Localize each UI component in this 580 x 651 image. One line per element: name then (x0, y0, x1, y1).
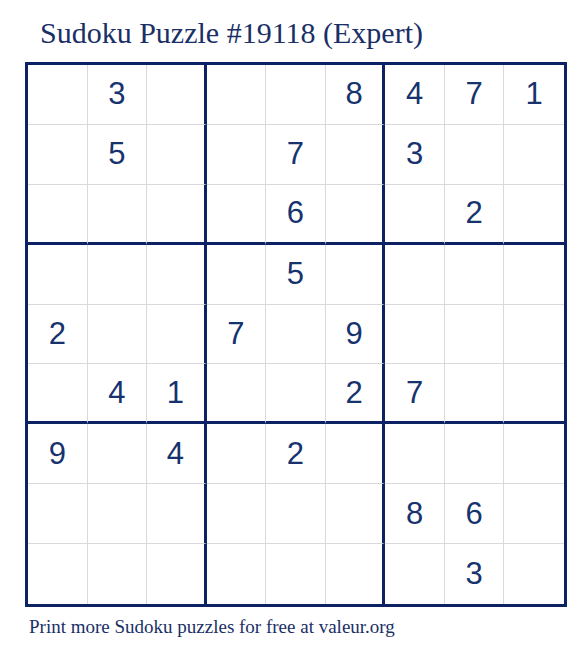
cell-r2c7[interactable]: 3 (385, 125, 445, 185)
cell-r9c7[interactable] (385, 544, 445, 604)
cell-r2c9[interactable] (504, 125, 564, 185)
cell-r6c4[interactable] (207, 364, 267, 424)
cell-r2c1[interactable] (28, 125, 88, 185)
cell-r4c4[interactable] (207, 245, 267, 305)
cell-r3c3[interactable] (147, 185, 207, 245)
cell-r3c7[interactable] (385, 185, 445, 245)
cell-r4c7[interactable] (385, 245, 445, 305)
cell-r3c1[interactable] (28, 185, 88, 245)
cell-r4c3[interactable] (147, 245, 207, 305)
cell-r4c5[interactable]: 5 (266, 245, 326, 305)
cell-r3c8[interactable]: 2 (445, 185, 505, 245)
cell-r1c1[interactable] (28, 65, 88, 125)
cell-r2c2[interactable]: 5 (88, 125, 148, 185)
cell-r5c6[interactable]: 9 (326, 305, 386, 365)
cell-r8c1[interactable] (28, 484, 88, 544)
cell-r7c8[interactable] (445, 424, 505, 484)
cell-r8c8[interactable]: 6 (445, 484, 505, 544)
cell-r6c2[interactable]: 4 (88, 364, 148, 424)
cell-r7c1[interactable]: 9 (28, 424, 88, 484)
cell-r9c1[interactable] (28, 544, 88, 604)
cell-r3c4[interactable] (207, 185, 267, 245)
cell-r4c2[interactable] (88, 245, 148, 305)
cell-r1c3[interactable] (147, 65, 207, 125)
cell-r5c1[interactable]: 2 (28, 305, 88, 365)
cell-r5c4[interactable]: 7 (207, 305, 267, 365)
cell-r1c8[interactable]: 7 (445, 65, 505, 125)
cell-r3c9[interactable] (504, 185, 564, 245)
cell-r3c2[interactable] (88, 185, 148, 245)
cell-r3c6[interactable] (326, 185, 386, 245)
cell-r2c6[interactable] (326, 125, 386, 185)
cell-r8c2[interactable] (88, 484, 148, 544)
cell-r7c9[interactable] (504, 424, 564, 484)
cell-r6c5[interactable] (266, 364, 326, 424)
cell-r1c9[interactable]: 1 (504, 65, 564, 125)
cell-r4c6[interactable] (326, 245, 386, 305)
cell-r6c3[interactable]: 1 (147, 364, 207, 424)
cell-r9c6[interactable] (326, 544, 386, 604)
cell-r1c6[interactable]: 8 (326, 65, 386, 125)
cell-r2c8[interactable] (445, 125, 505, 185)
cell-r9c2[interactable] (88, 544, 148, 604)
cell-r2c5[interactable]: 7 (266, 125, 326, 185)
cell-r4c8[interactable] (445, 245, 505, 305)
cell-r3c5[interactable]: 6 (266, 185, 326, 245)
cell-r8c5[interactable] (266, 484, 326, 544)
cell-r7c5[interactable]: 2 (266, 424, 326, 484)
cell-r2c3[interactable] (147, 125, 207, 185)
cell-r8c4[interactable] (207, 484, 267, 544)
cell-r6c8[interactable] (445, 364, 505, 424)
cell-r9c8[interactable]: 3 (445, 544, 505, 604)
cell-r9c5[interactable] (266, 544, 326, 604)
cell-r5c9[interactable] (504, 305, 564, 365)
cell-r6c9[interactable] (504, 364, 564, 424)
cell-r7c2[interactable] (88, 424, 148, 484)
cell-r6c7[interactable]: 7 (385, 364, 445, 424)
cell-r9c4[interactable] (207, 544, 267, 604)
cell-r5c5[interactable] (266, 305, 326, 365)
cell-r1c7[interactable]: 4 (385, 65, 445, 125)
cell-r7c3[interactable]: 4 (147, 424, 207, 484)
cell-r2c4[interactable] (207, 125, 267, 185)
cell-r6c6[interactable]: 2 (326, 364, 386, 424)
cell-r8c7[interactable]: 8 (385, 484, 445, 544)
cell-r7c4[interactable] (207, 424, 267, 484)
cell-r9c3[interactable] (147, 544, 207, 604)
cell-r8c6[interactable] (326, 484, 386, 544)
page-title: Sudoku Puzzle #19118 (Expert) (40, 16, 423, 49)
cell-r5c2[interactable] (88, 305, 148, 365)
cell-r7c7[interactable] (385, 424, 445, 484)
cell-r4c1[interactable] (28, 245, 88, 305)
cell-r8c3[interactable] (147, 484, 207, 544)
cell-r1c5[interactable] (266, 65, 326, 125)
cell-r1c2[interactable]: 3 (88, 65, 148, 125)
cell-r7c6[interactable] (326, 424, 386, 484)
footer-note: Print more Sudoku puzzles for free at va… (29, 616, 395, 638)
cell-r1c4[interactable] (207, 65, 267, 125)
sudoku-board: 384715736252794127942863 (25, 62, 567, 607)
cell-r6c1[interactable] (28, 364, 88, 424)
cell-r9c9[interactable] (504, 544, 564, 604)
cell-r8c9[interactable] (504, 484, 564, 544)
cell-r5c3[interactable] (147, 305, 207, 365)
cell-r5c8[interactable] (445, 305, 505, 365)
cell-r5c7[interactable] (385, 305, 445, 365)
cell-r4c9[interactable] (504, 245, 564, 305)
